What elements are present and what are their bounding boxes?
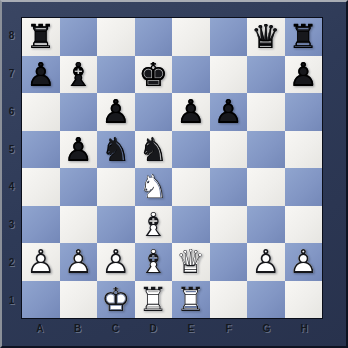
- square-f5[interactable]: [210, 131, 248, 169]
- rank-label-7: 7: [2, 55, 21, 93]
- file-label-b: B: [59, 319, 97, 346]
- file-label-a: A: [21, 319, 59, 346]
- square-b4[interactable]: [60, 168, 98, 206]
- black-king: ♚♔: [135, 56, 173, 94]
- square-b5[interactable]: ♟♙: [60, 131, 98, 169]
- black-knight: ♞♘: [135, 131, 173, 169]
- square-g8[interactable]: ♛♕: [247, 18, 285, 56]
- square-f2[interactable]: [210, 243, 248, 281]
- file-labels: ABCDEFGH: [21, 319, 323, 346]
- white-pawn: ♟♙: [285, 243, 323, 281]
- white-rook: ♜♖: [135, 281, 173, 319]
- square-b6[interactable]: [60, 93, 98, 131]
- square-h5[interactable]: [285, 131, 323, 169]
- file-label-g: G: [248, 319, 286, 346]
- rank-label-3: 3: [2, 206, 21, 244]
- white-pawn: ♟♙: [247, 243, 285, 281]
- square-d4[interactable]: ♞♘: [135, 168, 173, 206]
- square-f4[interactable]: [210, 168, 248, 206]
- square-e1[interactable]: ♜♖: [172, 281, 210, 319]
- square-e2[interactable]: ♛♕: [172, 243, 210, 281]
- square-b7[interactable]: ♝♗: [60, 56, 98, 94]
- file-label-c: C: [97, 319, 135, 346]
- chess-board: ♜♖♛♕♜♖♟♙♝♗♚♔♟♙♟♙♟♙♟♙♟♙♞♘♞♘♞♘♝♗♟♙♟♙♟♙♝♗♛♕…: [21, 17, 323, 319]
- square-d3[interactable]: ♝♗: [135, 206, 173, 244]
- square-b8[interactable]: [60, 18, 98, 56]
- square-h1[interactable]: [285, 281, 323, 319]
- white-rook: ♜♖: [172, 281, 210, 319]
- square-f7[interactable]: [210, 56, 248, 94]
- square-a8[interactable]: ♜♖: [22, 18, 60, 56]
- square-g1[interactable]: [247, 281, 285, 319]
- square-e8[interactable]: [172, 18, 210, 56]
- square-c8[interactable]: [97, 18, 135, 56]
- square-a3[interactable]: [22, 206, 60, 244]
- square-h8[interactable]: ♜♖: [285, 18, 323, 56]
- square-c2[interactable]: ♟♙: [97, 243, 135, 281]
- white-king: ♚♔: [97, 281, 135, 319]
- black-rook: ♜♖: [285, 18, 323, 56]
- square-b3[interactable]: [60, 206, 98, 244]
- square-g5[interactable]: [247, 131, 285, 169]
- square-a4[interactable]: [22, 168, 60, 206]
- square-h6[interactable]: [285, 93, 323, 131]
- black-rook: ♜♖: [22, 18, 60, 56]
- square-g2[interactable]: ♟♙: [247, 243, 285, 281]
- rank-label-2: 2: [2, 244, 21, 282]
- file-label-h: H: [285, 319, 323, 346]
- square-h3[interactable]: [285, 206, 323, 244]
- square-a6[interactable]: [22, 93, 60, 131]
- square-c7[interactable]: [97, 56, 135, 94]
- black-knight: ♞♘: [97, 131, 135, 169]
- square-c1[interactable]: ♚♔: [97, 281, 135, 319]
- white-pawn: ♟♙: [97, 243, 135, 281]
- square-f6[interactable]: ♟♙: [210, 93, 248, 131]
- square-g3[interactable]: [247, 206, 285, 244]
- square-a2[interactable]: ♟♙: [22, 243, 60, 281]
- white-pawn: ♟♙: [60, 243, 98, 281]
- square-d7[interactable]: ♚♔: [135, 56, 173, 94]
- square-e7[interactable]: [172, 56, 210, 94]
- square-f8[interactable]: [210, 18, 248, 56]
- square-d8[interactable]: [135, 18, 173, 56]
- file-label-d: D: [134, 319, 172, 346]
- rank-label-8: 8: [2, 17, 21, 55]
- square-c6[interactable]: ♟♙: [97, 93, 135, 131]
- square-b1[interactable]: [60, 281, 98, 319]
- square-f3[interactable]: [210, 206, 248, 244]
- black-bishop: ♝♗: [60, 56, 98, 94]
- square-g4[interactable]: [247, 168, 285, 206]
- square-a5[interactable]: [22, 131, 60, 169]
- square-c3[interactable]: [97, 206, 135, 244]
- black-pawn: ♟♙: [210, 93, 248, 131]
- black-pawn: ♟♙: [97, 93, 135, 131]
- rank-label-5: 5: [2, 130, 21, 168]
- square-d6[interactable]: [135, 93, 173, 131]
- square-a7[interactable]: ♟♙: [22, 56, 60, 94]
- square-g6[interactable]: [247, 93, 285, 131]
- square-g7[interactable]: [247, 56, 285, 94]
- black-pawn: ♟♙: [285, 56, 323, 94]
- square-c5[interactable]: ♞♘: [97, 131, 135, 169]
- black-pawn: ♟♙: [172, 93, 210, 131]
- black-queen: ♛♕: [247, 18, 285, 56]
- white-bishop: ♝♗: [135, 243, 173, 281]
- square-h2[interactable]: ♟♙: [285, 243, 323, 281]
- rank-labels: 87654321: [2, 17, 21, 319]
- black-pawn: ♟♙: [60, 131, 98, 169]
- square-f1[interactable]: [210, 281, 248, 319]
- square-b2[interactable]: ♟♙: [60, 243, 98, 281]
- square-c4[interactable]: [97, 168, 135, 206]
- square-d1[interactable]: ♜♖: [135, 281, 173, 319]
- white-bishop: ♝♗: [135, 206, 173, 244]
- square-d2[interactable]: ♝♗: [135, 243, 173, 281]
- square-d5[interactable]: ♞♘: [135, 131, 173, 169]
- rank-label-6: 6: [2, 93, 21, 131]
- square-a1[interactable]: [22, 281, 60, 319]
- white-knight: ♞♘: [135, 168, 173, 206]
- chess-diagram: 87654321 ♜♖♛♕♜♖♟♙♝♗♚♔♟♙♟♙♟♙♟♙♟♙♞♘♞♘♞♘♝♗♟…: [0, 0, 348, 348]
- white-queen: ♛♕: [172, 243, 210, 281]
- file-label-e: E: [172, 319, 210, 346]
- file-label-f: F: [210, 319, 248, 346]
- square-h4[interactable]: [285, 168, 323, 206]
- square-e5[interactable]: [172, 131, 210, 169]
- square-e4[interactable]: [172, 168, 210, 206]
- square-e3[interactable]: [172, 206, 210, 244]
- rank-label-1: 1: [2, 281, 21, 319]
- rank-label-4: 4: [2, 168, 21, 206]
- square-e6[interactable]: ♟♙: [172, 93, 210, 131]
- black-pawn: ♟♙: [22, 56, 60, 94]
- square-h7[interactable]: ♟♙: [285, 56, 323, 94]
- white-pawn: ♟♙: [22, 243, 60, 281]
